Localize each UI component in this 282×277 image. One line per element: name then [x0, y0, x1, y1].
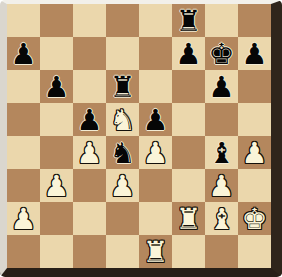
- square-a2[interactable]: ♟: [7, 202, 40, 235]
- square-a6[interactable]: [7, 70, 40, 103]
- square-b3[interactable]: ♟: [40, 169, 73, 202]
- piece-white-king[interactable]: ♚: [242, 203, 268, 235]
- square-a5[interactable]: [7, 103, 40, 136]
- square-e6[interactable]: [139, 70, 172, 103]
- piece-white-pawn[interactable]: ♟: [143, 137, 169, 169]
- square-g7[interactable]: ♚: [205, 37, 238, 70]
- piece-black-pawn[interactable]: ♟: [209, 71, 235, 103]
- square-h1[interactable]: [238, 235, 271, 268]
- square-f3[interactable]: [172, 169, 205, 202]
- square-b2[interactable]: [40, 202, 73, 235]
- square-c3[interactable]: [73, 169, 106, 202]
- square-a8[interactable]: [7, 4, 40, 37]
- piece-black-pawn[interactable]: ♟: [77, 104, 103, 136]
- square-c6[interactable]: [73, 70, 106, 103]
- piece-white-rook[interactable]: ♜: [143, 236, 169, 268]
- square-h2[interactable]: ♚: [238, 202, 271, 235]
- square-a4[interactable]: [7, 136, 40, 169]
- square-f6[interactable]: [172, 70, 205, 103]
- piece-black-pawn[interactable]: ♟: [176, 38, 202, 70]
- square-e2[interactable]: [139, 202, 172, 235]
- square-h3[interactable]: [238, 169, 271, 202]
- square-f5[interactable]: [172, 103, 205, 136]
- piece-white-knight[interactable]: ♞: [110, 104, 136, 136]
- piece-white-pawn[interactable]: ♟: [11, 203, 37, 235]
- piece-black-pawn[interactable]: ♟: [11, 38, 37, 70]
- square-d4[interactable]: ♞: [106, 136, 139, 169]
- square-f1[interactable]: [172, 235, 205, 268]
- piece-white-pawn[interactable]: ♟: [77, 137, 103, 169]
- square-g8[interactable]: [205, 4, 238, 37]
- piece-white-rook[interactable]: ♜: [176, 203, 202, 235]
- piece-white-pawn[interactable]: ♟: [242, 137, 268, 169]
- piece-black-bishop[interactable]: ♝: [209, 137, 235, 169]
- square-d3[interactable]: ♟: [106, 169, 139, 202]
- square-d6[interactable]: ♜: [106, 70, 139, 103]
- square-e5[interactable]: ♟: [139, 103, 172, 136]
- square-g3[interactable]: ♟: [205, 169, 238, 202]
- square-c2[interactable]: [73, 202, 106, 235]
- square-g4[interactable]: ♝: [205, 136, 238, 169]
- square-f4[interactable]: [172, 136, 205, 169]
- square-g5[interactable]: [205, 103, 238, 136]
- square-e1[interactable]: ♜: [139, 235, 172, 268]
- piece-black-pawn[interactable]: ♟: [143, 104, 169, 136]
- square-b5[interactable]: [40, 103, 73, 136]
- piece-white-pawn[interactable]: ♟: [110, 170, 136, 202]
- chess-board: ♜♟♟♚♟♟♜♟♟♞♟♟♞♟♝♟♟♟♟♟♜♝♚♜: [7, 4, 271, 268]
- board-frame: ♜♟♟♚♟♟♜♟♟♞♟♟♞♟♝♟♟♟♟♟♜♝♚♜: [0, 0, 282, 277]
- square-b8[interactable]: [40, 4, 73, 37]
- piece-black-pawn[interactable]: ♟: [44, 71, 70, 103]
- piece-black-knight[interactable]: ♞: [110, 137, 136, 169]
- square-h5[interactable]: [238, 103, 271, 136]
- square-h6[interactable]: [238, 70, 271, 103]
- piece-black-king[interactable]: ♚: [209, 38, 235, 70]
- square-c1[interactable]: [73, 235, 106, 268]
- square-g6[interactable]: ♟: [205, 70, 238, 103]
- square-d2[interactable]: [106, 202, 139, 235]
- square-h8[interactable]: [238, 4, 271, 37]
- square-b6[interactable]: ♟: [40, 70, 73, 103]
- piece-white-pawn[interactable]: ♟: [209, 170, 235, 202]
- square-d7[interactable]: [106, 37, 139, 70]
- piece-black-rook[interactable]: ♜: [110, 71, 136, 103]
- square-b4[interactable]: [40, 136, 73, 169]
- square-a3[interactable]: [7, 169, 40, 202]
- piece-white-bishop[interactable]: ♝: [209, 203, 235, 235]
- square-a7[interactable]: ♟: [7, 37, 40, 70]
- square-g2[interactable]: ♝: [205, 202, 238, 235]
- square-g1[interactable]: [205, 235, 238, 268]
- square-c5[interactable]: ♟: [73, 103, 106, 136]
- square-f2[interactable]: ♜: [172, 202, 205, 235]
- square-c8[interactable]: [73, 4, 106, 37]
- square-h7[interactable]: ♟: [238, 37, 271, 70]
- square-d1[interactable]: [106, 235, 139, 268]
- square-c4[interactable]: ♟: [73, 136, 106, 169]
- square-c7[interactable]: [73, 37, 106, 70]
- square-f8[interactable]: ♜: [172, 4, 205, 37]
- square-h4[interactable]: ♟: [238, 136, 271, 169]
- piece-white-pawn[interactable]: ♟: [44, 170, 70, 202]
- square-f7[interactable]: ♟: [172, 37, 205, 70]
- square-e4[interactable]: ♟: [139, 136, 172, 169]
- piece-black-rook[interactable]: ♜: [176, 5, 202, 37]
- square-e8[interactable]: [139, 4, 172, 37]
- square-b1[interactable]: [40, 235, 73, 268]
- square-d8[interactable]: [106, 4, 139, 37]
- square-d5[interactable]: ♞: [106, 103, 139, 136]
- square-e7[interactable]: [139, 37, 172, 70]
- piece-black-pawn[interactable]: ♟: [242, 38, 268, 70]
- square-a1[interactable]: [7, 235, 40, 268]
- square-e3[interactable]: [139, 169, 172, 202]
- square-b7[interactable]: [40, 37, 73, 70]
